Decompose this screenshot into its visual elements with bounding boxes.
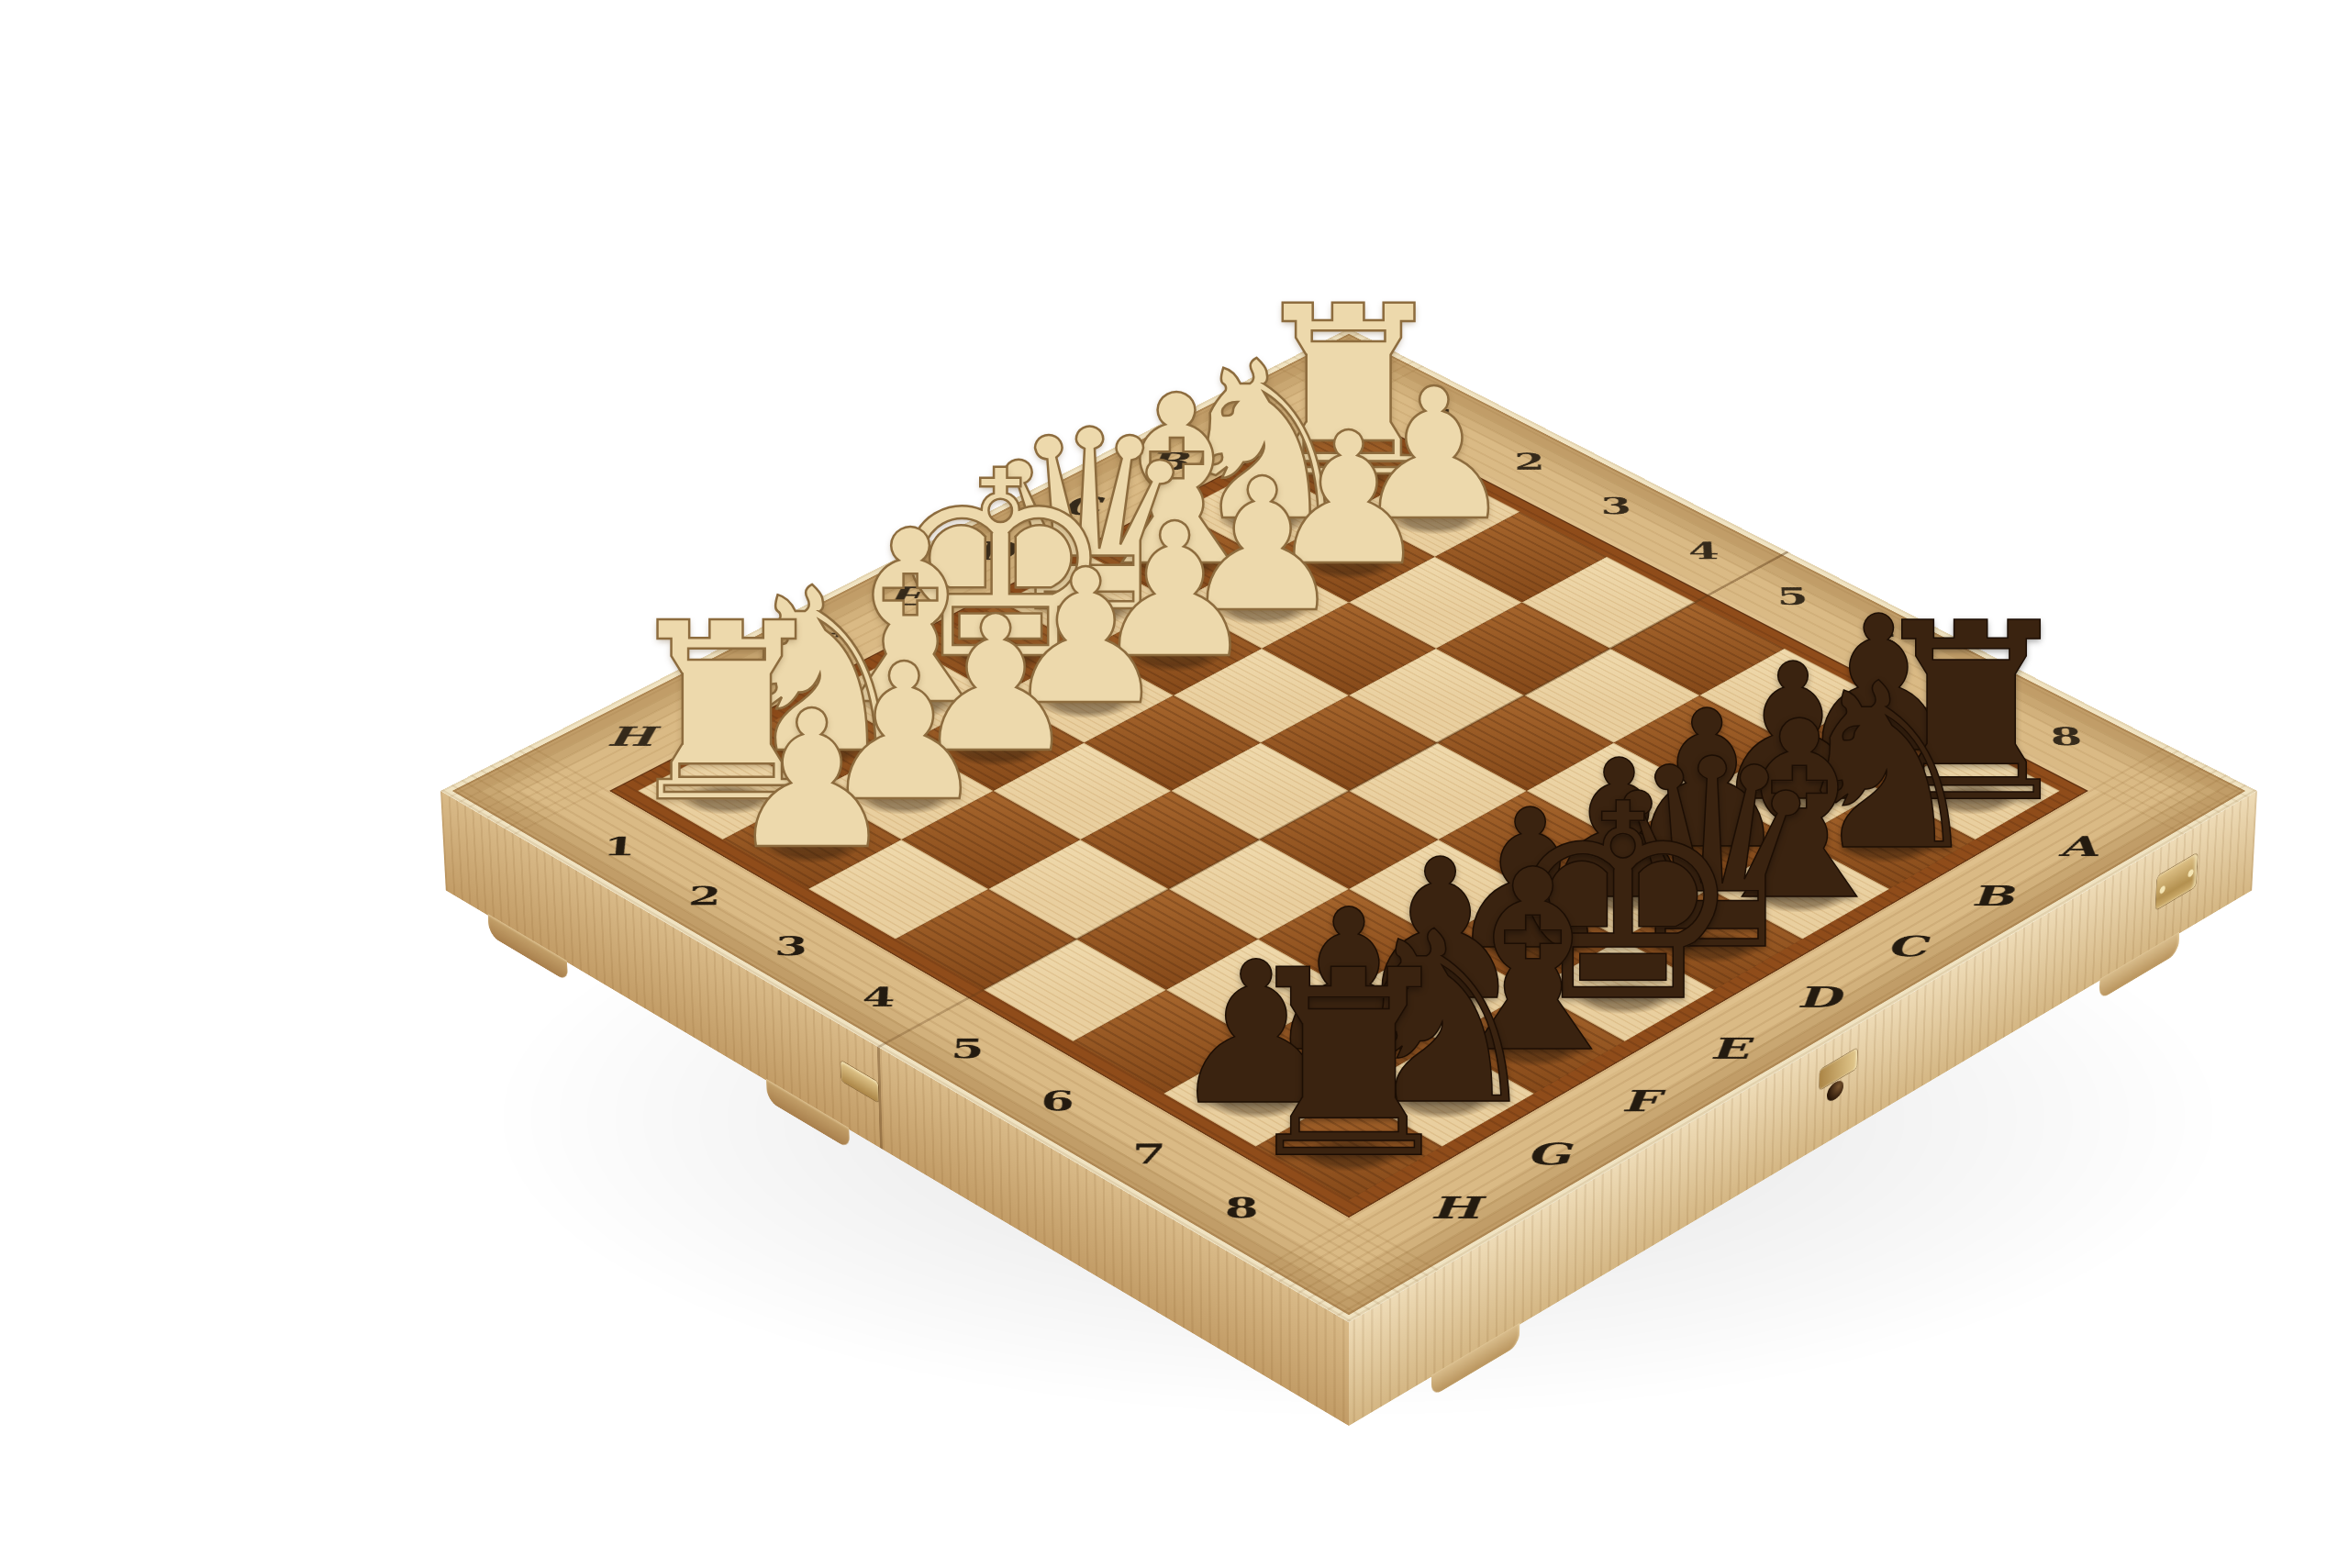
piece-layer: ♜♞♝♛♚♝♞♜♟♟♟♟♟♟♟♟♟♟♟♟♟♟♟♟♜♞♝♛♚♝♞♜ [0,0,2349,1568]
piece-white-pawn-h2[interactable]: ♟ [727,686,896,876]
piece-black-rook-h8[interactable]: ♜ [1233,937,1464,1195]
chess-set-photo: { "game": "chess", "scene": { "type": "o… [0,0,2349,1568]
